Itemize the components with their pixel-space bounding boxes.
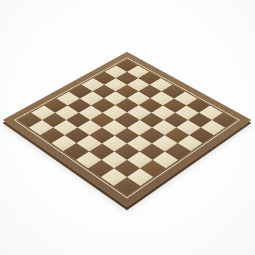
playing-field (18, 59, 236, 195)
chess-board (3, 52, 252, 208)
board-photo-scene (0, 0, 255, 255)
